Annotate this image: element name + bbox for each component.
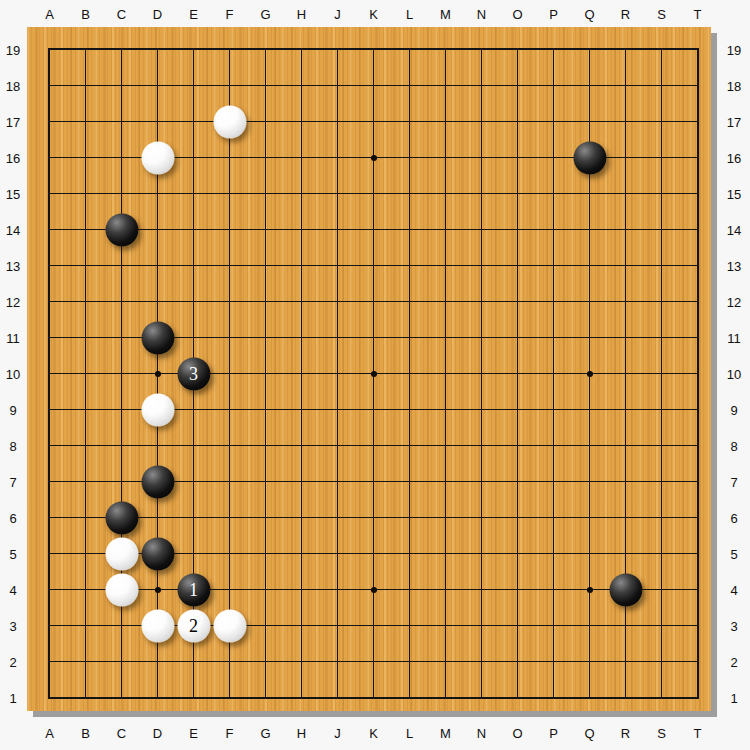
col-label-bottom-A: A: [45, 726, 54, 741]
star-point-Q10: [587, 371, 593, 377]
row-label-left-8: 8: [9, 438, 16, 453]
row-label-left-15: 15: [6, 186, 20, 201]
row-label-right-5: 5: [730, 546, 737, 561]
row-label-right-8: 8: [730, 438, 737, 453]
row-label-right-13: 13: [727, 258, 741, 273]
row-label-left-7: 7: [9, 474, 16, 489]
star-point-Q4: [587, 587, 593, 593]
row-label-right-7: 7: [730, 474, 737, 489]
col-label-bottom-E: E: [189, 726, 198, 741]
col-label-top-P: P: [549, 7, 558, 22]
go-board-app: 312 AABBCCDDEEFFGGHHJJKKLLMMNNOOPPQQRRSS…: [0, 0, 750, 750]
row-label-right-11: 11: [727, 330, 741, 345]
col-label-top-H: H: [297, 7, 306, 22]
col-label-top-T: T: [694, 7, 702, 22]
stone-white-D3[interactable]: [141, 609, 174, 642]
row-label-left-13: 13: [6, 258, 20, 273]
col-label-top-S: S: [657, 7, 666, 22]
col-label-bottom-J: J: [334, 726, 341, 741]
row-label-left-18: 18: [6, 78, 20, 93]
col-label-bottom-H: H: [297, 726, 306, 741]
col-label-top-L: L: [406, 7, 413, 22]
row-label-left-9: 9: [9, 402, 16, 417]
row-label-left-16: 16: [6, 150, 20, 165]
col-label-top-J: J: [334, 7, 341, 22]
stone-black-C14[interactable]: [105, 213, 138, 246]
move-number-label: 2: [189, 617, 198, 635]
row-label-right-6: 6: [730, 510, 737, 525]
col-label-top-M: M: [440, 7, 451, 22]
move-number-label: 1: [189, 581, 198, 599]
stone-white-C4[interactable]: [105, 573, 138, 606]
stone-white-D9[interactable]: [141, 393, 174, 426]
row-label-right-14: 14: [727, 222, 741, 237]
stone-black-D7[interactable]: [141, 465, 174, 498]
col-label-bottom-G: G: [260, 726, 270, 741]
star-point-K16: [371, 155, 377, 161]
star-point-D10: [155, 371, 161, 377]
star-point-K10: [371, 371, 377, 377]
row-label-right-9: 9: [730, 402, 737, 417]
col-label-bottom-N: N: [477, 726, 486, 741]
col-label-bottom-C: C: [117, 726, 126, 741]
stone-black-E4[interactable]: 1: [177, 573, 210, 606]
row-label-right-12: 12: [727, 294, 741, 309]
row-label-left-14: 14: [6, 222, 20, 237]
col-label-top-A: A: [45, 7, 54, 22]
row-label-left-6: 6: [9, 510, 16, 525]
row-label-left-19: 19: [6, 42, 20, 57]
row-label-left-11: 11: [6, 330, 20, 345]
row-label-right-16: 16: [727, 150, 741, 165]
stone-black-Q16[interactable]: [573, 141, 606, 174]
row-label-left-5: 5: [9, 546, 16, 561]
col-label-top-O: O: [512, 7, 522, 22]
col-label-bottom-R: R: [621, 726, 630, 741]
stone-black-D11[interactable]: [141, 321, 174, 354]
row-label-right-1: 1: [730, 690, 737, 705]
col-label-top-E: E: [189, 7, 198, 22]
col-label-top-N: N: [477, 7, 486, 22]
row-label-right-18: 18: [727, 78, 741, 93]
stone-white-E3[interactable]: 2: [177, 609, 210, 642]
col-label-top-K: K: [369, 7, 378, 22]
col-label-bottom-F: F: [226, 726, 234, 741]
stone-black-C6[interactable]: [105, 501, 138, 534]
star-point-D4: [155, 587, 161, 593]
col-label-bottom-K: K: [369, 726, 378, 741]
row-label-left-4: 4: [9, 582, 16, 597]
col-label-bottom-L: L: [406, 726, 413, 741]
col-label-top-D: D: [153, 7, 162, 22]
col-label-top-Q: Q: [584, 7, 594, 22]
col-label-bottom-D: D: [153, 726, 162, 741]
row-label-left-1: 1: [9, 690, 16, 705]
stone-white-F3[interactable]: [213, 609, 246, 642]
row-label-right-19: 19: [727, 42, 741, 57]
stone-black-R4[interactable]: [609, 573, 642, 606]
row-label-right-17: 17: [727, 114, 741, 129]
row-label-left-10: 10: [6, 366, 20, 381]
row-label-right-2: 2: [730, 654, 737, 669]
col-label-top-F: F: [226, 7, 234, 22]
stone-black-D5[interactable]: [141, 537, 174, 570]
row-label-right-3: 3: [730, 618, 737, 633]
stone-white-D16[interactable]: [141, 141, 174, 174]
col-label-bottom-B: B: [81, 726, 90, 741]
col-label-top-G: G: [260, 7, 270, 22]
col-label-bottom-P: P: [549, 726, 558, 741]
row-label-left-2: 2: [9, 654, 16, 669]
star-point-K4: [371, 587, 377, 593]
row-label-right-4: 4: [730, 582, 737, 597]
row-label-right-15: 15: [727, 186, 741, 201]
col-label-bottom-Q: Q: [584, 726, 594, 741]
col-label-top-B: B: [81, 7, 90, 22]
move-number-label: 3: [189, 365, 198, 383]
col-label-bottom-M: M: [440, 726, 451, 741]
stone-black-E10[interactable]: 3: [177, 357, 210, 390]
stone-white-F17[interactable]: [213, 105, 246, 138]
row-label-right-10: 10: [727, 366, 741, 381]
col-label-top-C: C: [117, 7, 126, 22]
row-label-left-3: 3: [9, 618, 16, 633]
stone-white-C5[interactable]: [105, 537, 138, 570]
col-label-top-R: R: [621, 7, 630, 22]
row-label-left-12: 12: [6, 294, 20, 309]
col-label-bottom-T: T: [694, 726, 702, 741]
row-label-left-17: 17: [6, 114, 20, 129]
col-label-bottom-O: O: [512, 726, 522, 741]
go-board[interactable]: 312: [27, 27, 711, 711]
col-label-bottom-S: S: [657, 726, 666, 741]
